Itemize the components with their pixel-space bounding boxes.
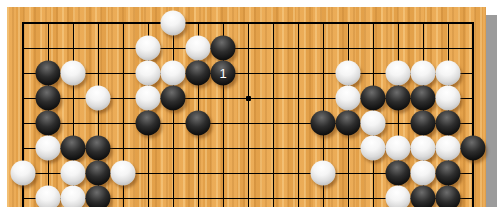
black-stone xyxy=(386,86,411,111)
black-stone xyxy=(86,186,111,208)
white-stone xyxy=(336,61,361,86)
board-drop-shadow xyxy=(486,15,497,207)
black-stone xyxy=(436,111,461,136)
white-stone xyxy=(11,161,36,186)
black-stone xyxy=(436,186,461,208)
move-number-label: 1 xyxy=(211,61,236,86)
grid-horizontal-line xyxy=(22,48,474,49)
white-stone xyxy=(186,36,211,61)
go-board[interactable]: 1 xyxy=(7,7,486,207)
star-point xyxy=(246,96,251,101)
grid-vertical-line xyxy=(248,23,249,207)
white-stone xyxy=(61,186,86,208)
black-stone xyxy=(411,86,436,111)
white-stone xyxy=(411,136,436,161)
white-stone xyxy=(336,86,361,111)
white-stone xyxy=(36,136,61,161)
black-stone xyxy=(61,136,86,161)
white-stone xyxy=(36,186,61,208)
black-stone xyxy=(86,136,111,161)
black-stone xyxy=(136,111,161,136)
white-stone xyxy=(161,11,186,36)
white-stone xyxy=(136,86,161,111)
black-stone xyxy=(36,86,61,111)
white-stone xyxy=(61,61,86,86)
white-stone xyxy=(436,86,461,111)
white-stone xyxy=(86,86,111,111)
black-stone xyxy=(161,86,186,111)
black-stone xyxy=(36,111,61,136)
white-stone xyxy=(361,136,386,161)
white-stone xyxy=(411,61,436,86)
white-stone xyxy=(436,61,461,86)
black-stone xyxy=(186,61,211,86)
black-stone xyxy=(211,36,236,61)
white-stone xyxy=(386,186,411,208)
go-app-window: 1 xyxy=(0,0,500,207)
grid-vertical-line xyxy=(298,23,299,207)
marked-stone-move-1: 1 xyxy=(211,61,236,86)
white-stone xyxy=(61,161,86,186)
white-stone xyxy=(411,161,436,186)
black-stone xyxy=(361,86,386,111)
black-stone xyxy=(36,61,61,86)
black-stone xyxy=(311,111,336,136)
white-stone xyxy=(386,136,411,161)
white-stone xyxy=(111,161,136,186)
white-stone xyxy=(386,61,411,86)
grid-vertical-line xyxy=(472,23,474,207)
black-stone xyxy=(186,111,211,136)
black-stone xyxy=(461,136,486,161)
grid-vertical-line xyxy=(173,23,174,207)
black-stone xyxy=(386,161,411,186)
grid-vertical-line xyxy=(273,23,274,207)
black-stone xyxy=(86,161,111,186)
grid-horizontal-line xyxy=(22,123,474,124)
white-stone xyxy=(436,136,461,161)
white-stone xyxy=(361,111,386,136)
black-stone xyxy=(336,111,361,136)
black-stone xyxy=(436,161,461,186)
grid-horizontal-line xyxy=(22,22,474,24)
white-stone xyxy=(136,61,161,86)
white-stone xyxy=(161,61,186,86)
white-stone xyxy=(136,36,161,61)
black-stone xyxy=(411,186,436,208)
white-stone xyxy=(311,161,336,186)
black-stone xyxy=(411,111,436,136)
